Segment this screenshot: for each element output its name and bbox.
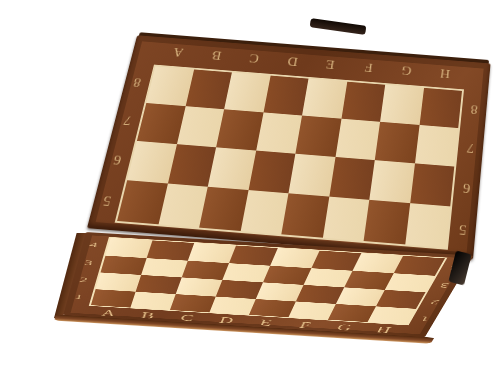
rank-label-3: 3	[77, 254, 99, 273]
square-e8	[302, 79, 347, 119]
upper-playfield	[115, 65, 464, 250]
square-d7	[256, 112, 302, 153]
square-d5	[240, 190, 288, 234]
square-f6	[329, 157, 375, 200]
chessboard-product-photo: ABCDEFGH 8765 8765 ABCDEFGH 4321 4321	[0, 0, 500, 374]
square-h5	[405, 203, 450, 248]
square-c1	[170, 294, 216, 312]
file-label-g: G	[386, 59, 427, 82]
file-label-e: E	[244, 316, 288, 329]
rank-label-7: 7	[459, 128, 482, 169]
rank-label-4: 4	[82, 236, 105, 255]
square-h8	[419, 88, 462, 128]
file-label-b: B	[127, 309, 170, 322]
square-h1	[368, 306, 417, 324]
square-a1	[91, 289, 136, 308]
rank-label-1: 1	[68, 288, 90, 306]
file-label-e: E	[309, 53, 350, 76]
rank-label-6: 6	[455, 167, 478, 209]
square-g6	[369, 160, 414, 203]
square-g7	[375, 122, 419, 164]
square-g8	[380, 85, 424, 125]
square-h7	[415, 125, 459, 167]
folding-chessboard: ABCDEFGH 8765 8765 ABCDEFGH 4321 4321	[86, 232, 473, 256]
square-d8	[263, 76, 308, 116]
file-label-d: D	[205, 314, 249, 327]
square-g5	[364, 200, 410, 245]
file-label-a: A	[157, 41, 200, 63]
square-f8	[341, 82, 385, 122]
square-e7	[295, 116, 341, 157]
file-label-h: H	[424, 62, 464, 85]
rank-label-2: 2	[73, 271, 95, 289]
square-f7	[335, 119, 380, 160]
file-label-d: D	[271, 50, 313, 73]
file-label-h: H	[361, 323, 406, 336]
square-h6	[410, 163, 455, 206]
rank-label-8: 8	[463, 90, 485, 129]
square-b1	[130, 291, 175, 310]
board-upper-half: ABCDEFGH 8765 8765	[87, 35, 491, 259]
rank-label-5: 5	[451, 208, 475, 252]
file-label-c: C	[166, 311, 209, 324]
file-label-f: F	[283, 318, 327, 331]
clasp-latch	[310, 18, 367, 35]
square-e5	[281, 193, 329, 237]
rank-label-1: 1	[412, 309, 439, 326]
file-label-b: B	[195, 44, 237, 66]
square-e6	[288, 154, 335, 197]
file-label-g: G	[322, 321, 367, 334]
square-d6	[248, 151, 295, 194]
square-f5	[322, 197, 369, 241]
lower-playfield	[89, 237, 448, 325]
file-label-c: C	[233, 47, 275, 69]
file-label-f: F	[348, 56, 389, 79]
file-label-a: A	[87, 306, 130, 319]
